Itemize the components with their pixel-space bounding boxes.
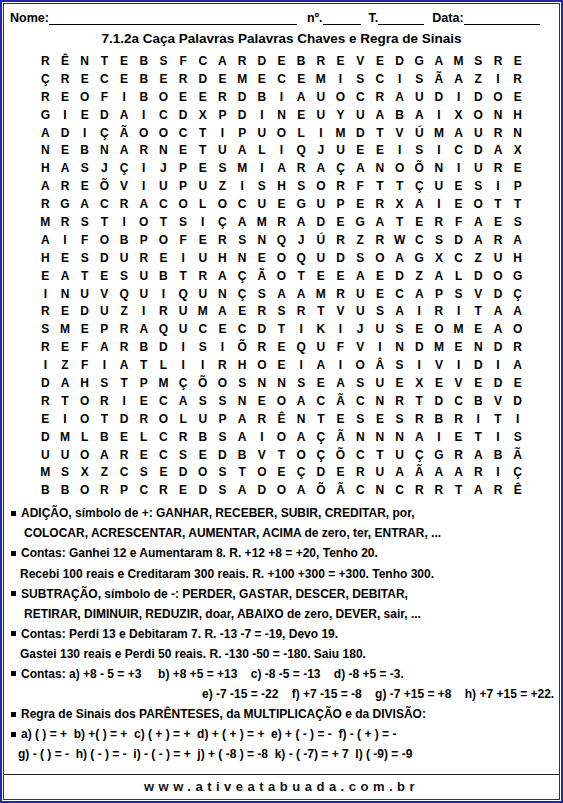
grid-cell: D [55, 125, 75, 143]
grid-cell: E [508, 375, 528, 393]
grid-cell: A [311, 357, 331, 375]
grid-cell: S [193, 393, 213, 411]
grid-cell: D [173, 464, 193, 482]
bullet-icon [11, 732, 16, 737]
grid-cell: E [36, 268, 56, 286]
grid-cell: U [114, 250, 134, 268]
grid-cell: U [311, 89, 331, 107]
instruction-text: SUBTRAÇÃO, símbolo de -: PERDER, GASTAR,… [21, 587, 408, 601]
grid-cell: D [114, 411, 134, 429]
grid-cell: E [468, 321, 488, 339]
instruction-text: Contas: Ganhei 12 e Aumentaram 8. R. +12… [21, 546, 378, 560]
grid-cell: E [370, 286, 390, 304]
grid-cell: L [291, 125, 311, 143]
worksheet: Nome: nº. T. Data: 7.1.2a Caça Palavras … [3, 3, 560, 800]
grid-cell: S [252, 178, 272, 196]
grid-cell: D [154, 339, 174, 357]
grid-cell: M [429, 125, 449, 143]
grid-cell: P [173, 160, 193, 178]
grid-cell: I [134, 160, 154, 178]
grid-cell: P [95, 321, 115, 339]
grid-cell: A [114, 357, 134, 375]
grid-cell: E [213, 71, 233, 89]
grid-cell: B [390, 107, 410, 125]
instruction-line: Regra de Sinais dos PARÊNTESES, da MULTI… [10, 704, 556, 724]
grid-cell: R [370, 196, 390, 214]
grid-cell: S [291, 375, 311, 393]
grid-cell: J [95, 160, 115, 178]
grid-cell: R [173, 429, 193, 447]
grid-cell: S [350, 375, 370, 393]
bullet-icon [11, 591, 16, 596]
grid-cell: T [449, 482, 469, 500]
grid-cell: S [390, 411, 410, 429]
grid-cell: U [252, 125, 272, 143]
grid-cell: I [468, 411, 488, 429]
grid-cell: T [390, 214, 410, 232]
grid-cell: I [488, 357, 508, 375]
instructions: ADIÇÃO, símbolo de +: GANHAR, RECEBER, S… [4, 500, 559, 764]
page-title: 7.1.2a Caça Palavras Palavras Chaves e R… [4, 31, 559, 46]
grid-cell: R [449, 411, 469, 429]
grid-cell: X [429, 250, 449, 268]
grid-cell: Ã [409, 464, 429, 482]
grid-cell: F [75, 357, 95, 375]
grid-cell: E [272, 53, 292, 71]
grid-cell: O [272, 125, 292, 143]
grid-cell: J [311, 142, 331, 160]
grid-cell: M [311, 286, 331, 304]
grid-cell: R [36, 303, 56, 321]
grid-cell: O [272, 268, 292, 286]
grid-cell: V [429, 357, 449, 375]
grid-cell: E [508, 89, 528, 107]
instruction-line: a) ( ) = + b) +( ) = + c) ( + ) = + d) +… [10, 724, 556, 744]
grid-cell: S [213, 393, 233, 411]
grid-cell: P [508, 178, 528, 196]
grid-cell: S [75, 214, 95, 232]
grid-cell: Z [55, 357, 75, 375]
grid-cell: Z [409, 268, 429, 286]
grid-cell: O [134, 125, 154, 143]
grid-cell: N [291, 411, 311, 429]
grid-cell: E [114, 429, 134, 447]
grid-cell: P [232, 125, 252, 143]
grid-cell: I [114, 89, 134, 107]
instruction-text: Recebi 100 reais e Creditaram 300 reais.… [20, 567, 434, 581]
grid-cell: E [449, 339, 469, 357]
grid-cell: I [55, 232, 75, 250]
grid-cell: G [291, 196, 311, 214]
grid-cell: V [449, 375, 469, 393]
grid-cell: U [193, 286, 213, 304]
grid-cell: L [154, 357, 174, 375]
name-label: Nome: [10, 11, 49, 25]
grid-cell: A [409, 107, 429, 125]
grid-cell: U [311, 107, 331, 125]
grid-cell: D [468, 357, 488, 375]
grid-cell: T [134, 357, 154, 375]
grid-cell: T [508, 196, 528, 214]
grid-cell: I [449, 357, 469, 375]
grid-cell: E [390, 375, 410, 393]
grid-cell: T [409, 393, 429, 411]
grid-cell: F [331, 339, 351, 357]
grid-cell: D [36, 375, 56, 393]
grid-cell: S [390, 321, 410, 339]
grid-cell: T [154, 214, 174, 232]
grid-cell: P [429, 286, 449, 304]
grid-cell: A [508, 357, 528, 375]
instruction-line: COLOCAR, ACRESCENTAR, AUMENTAR, ACIMA de… [10, 523, 556, 543]
grid-cell: R [114, 339, 134, 357]
grid-cell: G [508, 268, 528, 286]
grid-cell: N [55, 286, 75, 304]
grid-cell: R [331, 232, 351, 250]
grid-cell: R [36, 196, 56, 214]
grid-cell: D [468, 89, 488, 107]
worksheet-header: Nome: nº. T. Data: [4, 4, 559, 25]
grid-cell: U [350, 286, 370, 304]
grid-cell: E [36, 411, 56, 429]
grid-cell: P [213, 411, 233, 429]
grid-cell: A [291, 482, 311, 500]
grid-cell: O [95, 232, 115, 250]
grid-cell: I [114, 393, 134, 411]
grid-cell: P [213, 107, 233, 125]
grid-cell: S [390, 357, 410, 375]
grid-cell: R [36, 339, 56, 357]
grid-cell: U [173, 303, 193, 321]
grid-cell: I [193, 214, 213, 232]
grid-cell: R [213, 357, 233, 375]
grid-cell: R [409, 482, 429, 500]
class-label: T. [369, 11, 379, 25]
grid-cell: P [134, 375, 154, 393]
grid-cell: R [232, 53, 252, 71]
grid-cell: E [114, 71, 134, 89]
grid-cell: Ç [409, 178, 429, 196]
grid-cell: A [350, 160, 370, 178]
grid-cell: P [134, 232, 154, 250]
grid-cell: N [232, 250, 252, 268]
grid-cell: R [488, 53, 508, 71]
grid-cell: E [213, 321, 233, 339]
grid-cell: O [311, 178, 331, 196]
grid-cell: D [350, 125, 370, 143]
grid-cell: R [488, 160, 508, 178]
grid-cell: R [36, 393, 56, 411]
grid-cell: I [331, 357, 351, 375]
grid-cell: A [291, 214, 311, 232]
grid-cell: R [390, 393, 410, 411]
grid-cell: Ç [232, 268, 252, 286]
grid-cell: O [154, 232, 174, 250]
grid-cell: E [350, 196, 370, 214]
grid-cell: R [134, 142, 154, 160]
grid-cell: M [55, 429, 75, 447]
grid-cell: S [114, 268, 134, 286]
grid-cell: T [370, 125, 390, 143]
grid-cell: G [429, 447, 449, 465]
grid-cell: X [449, 107, 469, 125]
grid-cell: S [252, 286, 272, 304]
grid-cell: A [291, 393, 311, 411]
grid-cell: O [508, 321, 528, 339]
grid-cell: G [350, 214, 370, 232]
grid-cell: D [409, 339, 429, 357]
grid-cell: U [311, 339, 331, 357]
grid-cell: C [154, 107, 174, 125]
grid-cell: Ã [331, 429, 351, 447]
grid-cell: C [95, 196, 115, 214]
grid-cell: Z [95, 464, 115, 482]
class-blank-line [378, 11, 424, 25]
grid-cell: E [370, 142, 390, 160]
grid-cell: S [173, 447, 193, 465]
grid-cell: S [468, 178, 488, 196]
date-blank-line [464, 11, 540, 25]
grid-cell: Ã [331, 482, 351, 500]
grid-cell: A [272, 160, 292, 178]
grid-cell: N [370, 160, 390, 178]
grid-cell: J [291, 232, 311, 250]
grid-cell: I [311, 125, 331, 143]
grid-cell: C [272, 71, 292, 89]
grid-cell: U [75, 286, 95, 304]
grid-cell: E [134, 393, 154, 411]
grid-cell: A [390, 303, 410, 321]
grid-cell: E [193, 232, 213, 250]
grid-cell: O [291, 447, 311, 465]
grid-cell: T [173, 268, 193, 286]
grid-cell: O [488, 89, 508, 107]
grid-cell: T [193, 125, 213, 143]
grid-cell: E [331, 464, 351, 482]
grid-cell: T [232, 464, 252, 482]
grid-cell: O [468, 196, 488, 214]
grid-cell: I [36, 357, 56, 375]
grid-cell: R [331, 178, 351, 196]
grid-cell: I [429, 107, 449, 125]
grid-cell: E [311, 375, 331, 393]
grid-cell: Ç [311, 429, 331, 447]
grid-cell: E [508, 160, 528, 178]
grid-cell: T [272, 447, 292, 465]
grid-cell: R [134, 411, 154, 429]
grid-cell: E [272, 357, 292, 375]
grid-cell: N [252, 232, 272, 250]
grid-cell: U [488, 250, 508, 268]
instruction-line: SUBTRAÇÃO, símbolo de -: PERDER, GASTAR,… [10, 584, 556, 604]
grid-cell: Ç [173, 375, 193, 393]
instruction-line: Gastei 130 reais e Perdi 50 reais. R. -1… [10, 644, 556, 664]
grid-cell: E [55, 142, 75, 160]
bullet-icon [11, 712, 16, 717]
grid-cell: Õ [232, 339, 252, 357]
grid-cell: A [370, 107, 390, 125]
grid-cell: C [95, 71, 115, 89]
grid-cell: D [252, 53, 272, 71]
grid-cell: E [272, 339, 292, 357]
grid-cell: O [154, 411, 174, 429]
grid-cell: I [331, 321, 351, 339]
grid-cell: T [390, 178, 410, 196]
grid-cell: C [350, 89, 370, 107]
grid-cell: N [272, 375, 292, 393]
grid-cell: A [488, 142, 508, 160]
grid-cell: D [95, 107, 115, 125]
bullet-icon [11, 671, 16, 676]
grid-cell: D [390, 268, 410, 286]
grid-cell: Q [291, 142, 311, 160]
grid-cell: R [173, 71, 193, 89]
grid-cell: M [449, 321, 469, 339]
grid-cell: E [252, 250, 272, 268]
grid-cell: R [508, 339, 528, 357]
grid-cell: U [311, 196, 331, 214]
grid-cell: I [488, 178, 508, 196]
grid-cell: M [331, 125, 351, 143]
grid-cell: I [390, 142, 410, 160]
grid-cell: A [95, 339, 115, 357]
grid-cell: B [232, 447, 252, 465]
grid-cell: E [409, 321, 429, 339]
grid-cell: R [55, 214, 75, 232]
grid-cell: I [173, 250, 193, 268]
grid-cell: N [370, 393, 390, 411]
grid-cell: A [390, 464, 410, 482]
grid-cell: I [488, 464, 508, 482]
grid-cell: C [114, 464, 134, 482]
grid-cell: M [55, 321, 75, 339]
grid-cell: V [350, 339, 370, 357]
grid-cell: O [252, 464, 272, 482]
grid-cell: I [429, 142, 449, 160]
grid-cell: O [272, 429, 292, 447]
grid-cell: E [272, 196, 292, 214]
grid-cell: A [508, 232, 528, 250]
grid-cell: S [55, 464, 75, 482]
grid-cell: Ç [95, 125, 115, 143]
grid-cell: N [154, 142, 174, 160]
grid-cell: A [36, 125, 56, 143]
grid-cell: I [193, 357, 213, 375]
grid-cell: I [252, 429, 272, 447]
grid-cell: E [252, 393, 272, 411]
grid-cell: F [173, 232, 193, 250]
grid-cell: Ç [508, 286, 528, 304]
grid-cell: N [36, 142, 56, 160]
grid-cell: I [272, 142, 292, 160]
grid-cell: A [55, 160, 75, 178]
grid-cell: A [468, 214, 488, 232]
grid-cell: N [232, 393, 252, 411]
grid-cell: J [154, 160, 174, 178]
grid-cell: P [331, 196, 351, 214]
grid-cell: R [114, 196, 134, 214]
grid-cell: S [36, 321, 56, 339]
grid-cell: M [311, 71, 331, 89]
grid-cell: E [154, 250, 174, 268]
grid-cell: A [488, 303, 508, 321]
grid-cell: E [173, 142, 193, 160]
grid-cell: D [488, 375, 508, 393]
grid-cell: O [272, 482, 292, 500]
grid-cell: B [154, 268, 174, 286]
grid-cell: W [390, 232, 410, 250]
grid-cell: R [331, 286, 351, 304]
grid-cell: D [429, 393, 449, 411]
grid-cell: E [272, 464, 292, 482]
grid-cell: E [114, 53, 134, 71]
grid-cell: I [331, 71, 351, 89]
grid-cell: U [311, 250, 331, 268]
grid-cell: C [350, 447, 370, 465]
instruction-text: Contas: a) +8 - 5 = +3 b) +8 +5 = +13 c)… [21, 667, 404, 681]
grid-cell: A [75, 196, 95, 214]
instruction-text: a) ( ) = + b) +( ) = + c) ( + ) = + d) +… [21, 727, 396, 741]
grid-cell: F [350, 178, 370, 196]
grid-cell: R [252, 303, 272, 321]
grid-cell: I [134, 178, 154, 196]
grid-cell: Ç [36, 71, 56, 89]
grid-cell: U [95, 303, 115, 321]
grid-cell: A [272, 286, 292, 304]
grid-cell: A [114, 142, 134, 160]
grid-cell: D [488, 339, 508, 357]
grid-cell: R [36, 89, 56, 107]
grid-cell: R [55, 71, 75, 89]
grid-cell: D [429, 89, 449, 107]
bullet-icon [11, 631, 16, 636]
grid-cell: E [55, 303, 75, 321]
grid-cell: E [193, 89, 213, 107]
grid-cell: E [252, 71, 272, 89]
grid-cell: G [55, 196, 75, 214]
grid-cell: B [468, 393, 488, 411]
grid-cell: T [55, 393, 75, 411]
grid-cell: A [291, 429, 311, 447]
grid-cell: R [409, 411, 429, 429]
grid-cell: A [55, 375, 75, 393]
grid-cell: D [449, 232, 469, 250]
grid-cell: R [36, 53, 56, 71]
grid-cell: T [488, 196, 508, 214]
grid-cell: B [488, 447, 508, 465]
grid-cell: S [429, 232, 449, 250]
grid-cell: X [193, 107, 213, 125]
grid-cell: A [232, 142, 252, 160]
grid-cell: L [193, 196, 213, 214]
grid-cell: I [134, 303, 154, 321]
grid-cell: C [409, 232, 429, 250]
grid-cell: R [350, 464, 370, 482]
grid-cell: E [55, 89, 75, 107]
grid-cell: D [311, 214, 331, 232]
grid-cell: Q [173, 286, 193, 304]
grid-cell: Ã [331, 393, 351, 411]
grid-cell: S [468, 53, 488, 71]
grid-cell: O [272, 250, 292, 268]
grid-cell: A [114, 107, 134, 125]
grid-cell: E [370, 53, 390, 71]
grid-cell: Z [468, 250, 488, 268]
grid-cell: I [252, 107, 272, 125]
grid-cell: U [213, 142, 233, 160]
grid-cell: I [213, 125, 233, 143]
grid-cell: R [488, 482, 508, 500]
